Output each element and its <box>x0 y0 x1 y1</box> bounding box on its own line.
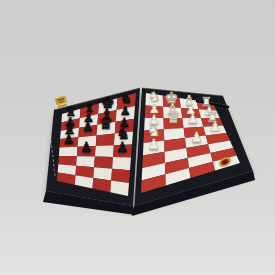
chess-board <box>0 0 275 275</box>
chess-set-photo: ♜♝♚♞♞♚♝♜♟♟♝♟♟♝♟♟♜♟♛♟♟♛♟♜♟♞♞♟♟♟♟♟ <box>0 0 275 275</box>
gold-crown-sticker <box>55 96 68 109</box>
